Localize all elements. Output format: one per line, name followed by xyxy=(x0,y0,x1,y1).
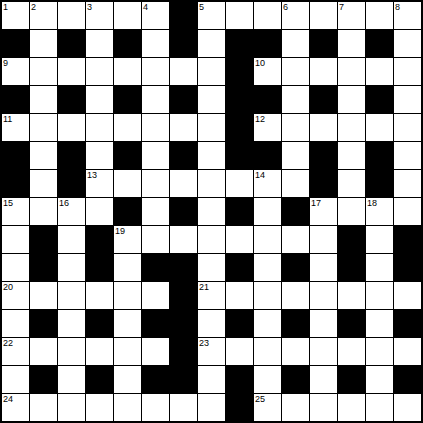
cell-r1c11[interactable]: 6 xyxy=(282,2,309,29)
cell-r2c10 xyxy=(254,30,281,57)
cell-r4c13[interactable] xyxy=(338,86,365,113)
cell-r11c4[interactable] xyxy=(86,282,113,309)
cell-r6c8[interactable] xyxy=(198,142,225,169)
cell-r2c11[interactable] xyxy=(282,30,309,57)
cell-r1c6[interactable]: 4 xyxy=(142,2,169,29)
cell-r8c5 xyxy=(114,198,141,225)
cell-r12c8[interactable] xyxy=(198,310,225,337)
cell-r1c3[interactable] xyxy=(58,2,85,29)
cell-r4c15[interactable] xyxy=(394,86,421,113)
cell-r2c12 xyxy=(310,30,337,57)
cell-r5c7[interactable] xyxy=(170,114,197,141)
cell-r12c11 xyxy=(282,310,309,337)
cell-r6c7 xyxy=(170,142,197,169)
cell-r15c4[interactable] xyxy=(86,394,113,421)
cell-r15c14[interactable] xyxy=(366,394,393,421)
cell-r3c5[interactable] xyxy=(114,58,141,85)
cell-r11c9[interactable] xyxy=(226,282,253,309)
cell-r9c2 xyxy=(30,226,57,253)
cell-r9c3[interactable] xyxy=(58,226,85,253)
cell-r7c8[interactable] xyxy=(198,170,225,197)
cell-r9c10[interactable] xyxy=(254,226,281,253)
cell-r11c10[interactable] xyxy=(254,282,281,309)
cell-r4c11[interactable] xyxy=(282,86,309,113)
cell-r3c6[interactable] xyxy=(142,58,169,85)
cell-r15c10[interactable]: 25 xyxy=(254,394,281,421)
cell-r4c12 xyxy=(310,86,337,113)
cell-r11c13[interactable] xyxy=(338,282,365,309)
cell-r10c13 xyxy=(338,254,365,281)
cell-r8c11 xyxy=(282,198,309,225)
cell-r7c1 xyxy=(2,170,29,197)
cell-r12c15 xyxy=(394,310,421,337)
cell-r2c4[interactable] xyxy=(86,30,113,57)
cell-r10c15 xyxy=(394,254,421,281)
cell-r6c15[interactable] xyxy=(394,142,421,169)
cell-r6c2[interactable] xyxy=(30,142,57,169)
clue-number: 12 xyxy=(255,114,265,124)
cell-r6c9 xyxy=(226,142,253,169)
cell-r5c2[interactable] xyxy=(30,114,57,141)
cell-r14c14[interactable] xyxy=(366,366,393,393)
cell-r5c10[interactable]: 12 xyxy=(254,114,281,141)
cell-r1c5[interactable] xyxy=(114,2,141,29)
cell-r10c12[interactable] xyxy=(310,254,337,281)
clue-number: 6 xyxy=(283,2,288,12)
cell-r5c14[interactable] xyxy=(366,114,393,141)
cell-r13c12[interactable] xyxy=(310,338,337,365)
clue-number: 21 xyxy=(199,282,209,292)
clue-number: 1 xyxy=(3,2,8,12)
clue-number: 24 xyxy=(3,394,13,404)
cell-r1c2[interactable]: 2 xyxy=(30,2,57,29)
cell-r12c4 xyxy=(86,310,113,337)
cell-r4c6[interactable] xyxy=(142,86,169,113)
cell-r12c2 xyxy=(30,310,57,337)
cell-r7c13[interactable] xyxy=(338,170,365,197)
cell-r3c4[interactable] xyxy=(86,58,113,85)
clue-number: 14 xyxy=(255,170,265,180)
cell-r15c2[interactable] xyxy=(30,394,57,421)
cell-r11c14[interactable] xyxy=(366,282,393,309)
cell-r3c10[interactable]: 10 xyxy=(254,58,281,85)
cell-r11c11[interactable] xyxy=(282,282,309,309)
cell-r13c9[interactable] xyxy=(226,338,253,365)
cell-r15c7[interactable] xyxy=(170,394,197,421)
cell-r5c13[interactable] xyxy=(338,114,365,141)
cell-r12c3[interactable] xyxy=(58,310,85,337)
cell-r3c15[interactable] xyxy=(394,58,421,85)
cell-r7c5[interactable] xyxy=(114,170,141,197)
clue-number: 15 xyxy=(3,198,13,208)
cell-r14c10[interactable] xyxy=(254,366,281,393)
cell-r1c12[interactable] xyxy=(310,2,337,29)
cell-r14c4 xyxy=(86,366,113,393)
cell-r13c5[interactable] xyxy=(114,338,141,365)
cell-r2c8[interactable] xyxy=(198,30,225,57)
cell-r10c11 xyxy=(282,254,309,281)
cell-r1c7 xyxy=(170,2,197,29)
cell-r14c9 xyxy=(226,366,253,393)
cell-r15c9 xyxy=(226,394,253,421)
cell-r5c9 xyxy=(226,114,253,141)
cell-r9c9[interactable] xyxy=(226,226,253,253)
cell-r8c14[interactable]: 18 xyxy=(366,198,393,225)
cell-r14c3[interactable] xyxy=(58,366,85,393)
cell-r5c11[interactable] xyxy=(282,114,309,141)
cell-r8c10[interactable] xyxy=(254,198,281,225)
cell-r14c6 xyxy=(142,366,169,393)
cell-r6c1 xyxy=(2,142,29,169)
cell-r7c7[interactable] xyxy=(170,170,197,197)
cell-r4c7 xyxy=(170,86,197,113)
cell-r9c13 xyxy=(338,226,365,253)
cell-r12c7 xyxy=(170,310,197,337)
cell-r15c12[interactable] xyxy=(310,394,337,421)
cell-r12c14[interactable] xyxy=(366,310,393,337)
cell-r4c3 xyxy=(58,86,85,113)
cell-r7c9[interactable] xyxy=(226,170,253,197)
cell-r7c12 xyxy=(310,170,337,197)
cell-r4c8[interactable] xyxy=(198,86,225,113)
cell-r9c8[interactable] xyxy=(198,226,225,253)
cell-r10c4 xyxy=(86,254,113,281)
cell-r12c12[interactable] xyxy=(310,310,337,337)
clue-number: 4 xyxy=(143,2,148,12)
cell-r14c12[interactable] xyxy=(310,366,337,393)
cell-r13c8[interactable]: 23 xyxy=(198,338,225,365)
cell-r10c8[interactable] xyxy=(198,254,225,281)
cell-r14c2 xyxy=(30,366,57,393)
cell-r11c1[interactable]: 20 xyxy=(2,282,29,309)
cell-r15c11[interactable] xyxy=(282,394,309,421)
cell-r3c1[interactable]: 9 xyxy=(2,58,29,85)
cell-r2c5 xyxy=(114,30,141,57)
clue-number: 17 xyxy=(311,198,321,208)
cell-r12c5[interactable] xyxy=(114,310,141,337)
cell-r2c9 xyxy=(226,30,253,57)
cell-r8c13[interactable] xyxy=(338,198,365,225)
cell-r6c11[interactable] xyxy=(282,142,309,169)
cell-r8c1[interactable]: 15 xyxy=(2,198,29,225)
cell-r9c6[interactable] xyxy=(142,226,169,253)
cell-r14c11 xyxy=(282,366,309,393)
cell-r14c7 xyxy=(170,366,197,393)
cell-r12c1[interactable] xyxy=(2,310,29,337)
cell-r15c5[interactable] xyxy=(114,394,141,421)
clue-number: 5 xyxy=(199,2,204,12)
cell-r8c12[interactable]: 17 xyxy=(310,198,337,225)
cell-r9c1[interactable] xyxy=(2,226,29,253)
cell-r5c8[interactable] xyxy=(198,114,225,141)
cell-r8c4[interactable] xyxy=(86,198,113,225)
cell-r3c7[interactable] xyxy=(170,58,197,85)
cell-r10c14[interactable] xyxy=(366,254,393,281)
cell-r5c15[interactable] xyxy=(394,114,421,141)
cell-r7c4[interactable]: 13 xyxy=(86,170,113,197)
cell-r11c3[interactable] xyxy=(58,282,85,309)
cell-r3c8[interactable] xyxy=(198,58,225,85)
cell-r13c15[interactable] xyxy=(394,338,421,365)
cell-r13c11[interactable] xyxy=(282,338,309,365)
cell-r1c13[interactable]: 7 xyxy=(338,2,365,29)
cell-r9c12[interactable] xyxy=(310,226,337,253)
cell-r13c13[interactable] xyxy=(338,338,365,365)
cell-r14c13 xyxy=(338,366,365,393)
cell-r5c3[interactable] xyxy=(58,114,85,141)
cell-r15c1[interactable]: 24 xyxy=(2,394,29,421)
cell-r15c6[interactable] xyxy=(142,394,169,421)
cell-r12c9 xyxy=(226,310,253,337)
cell-r13c6[interactable] xyxy=(142,338,169,365)
cell-r4c2[interactable] xyxy=(30,86,57,113)
cell-r2c15[interactable] xyxy=(394,30,421,57)
cell-r7c14 xyxy=(366,170,393,197)
cell-r1c14[interactable] xyxy=(366,2,393,29)
cell-r4c4[interactable] xyxy=(86,86,113,113)
cell-r3c14[interactable] xyxy=(366,58,393,85)
cell-r10c10[interactable] xyxy=(254,254,281,281)
clue-number: 20 xyxy=(3,282,13,292)
cell-r12c13 xyxy=(338,310,365,337)
clue-number: 10 xyxy=(255,58,265,68)
cell-r9c5[interactable]: 19 xyxy=(114,226,141,253)
cell-r7c2[interactable] xyxy=(30,170,57,197)
cell-r8c15[interactable] xyxy=(394,198,421,225)
cell-r8c6[interactable] xyxy=(142,198,169,225)
cell-r7c6[interactable] xyxy=(142,170,169,197)
cell-r6c4[interactable] xyxy=(86,142,113,169)
clue-number: 3 xyxy=(87,2,92,12)
cell-r3c2[interactable] xyxy=(30,58,57,85)
cell-r9c14[interactable] xyxy=(366,226,393,253)
cell-r4c10 xyxy=(254,86,281,113)
cell-r10c2 xyxy=(30,254,57,281)
cell-r13c3[interactable] xyxy=(58,338,85,365)
cell-r15c13[interactable] xyxy=(338,394,365,421)
cell-r12c6 xyxy=(142,310,169,337)
cell-r3c12[interactable] xyxy=(310,58,337,85)
clue-number: 13 xyxy=(87,170,97,180)
cell-r9c4 xyxy=(86,226,113,253)
crossword-grid: 1234567891011121314151617181920212223242… xyxy=(0,0,423,423)
cell-r15c8[interactable] xyxy=(198,394,225,421)
cell-r1c4[interactable]: 3 xyxy=(86,2,113,29)
cell-r8c2[interactable] xyxy=(30,198,57,225)
cell-r11c12[interactable] xyxy=(310,282,337,309)
clue-number: 11 xyxy=(3,114,12,124)
cell-r8c8[interactable] xyxy=(198,198,225,225)
cell-r9c11[interactable] xyxy=(282,226,309,253)
cell-r3c3[interactable] xyxy=(58,58,85,85)
cell-r1c1[interactable]: 1 xyxy=(2,2,29,29)
cell-r2c13[interactable] xyxy=(338,30,365,57)
cell-r8c9 xyxy=(226,198,253,225)
cell-r2c6[interactable] xyxy=(142,30,169,57)
cell-r11c6[interactable] xyxy=(142,282,169,309)
cell-r11c15[interactable] xyxy=(394,282,421,309)
clue-number: 18 xyxy=(367,198,377,208)
cell-r6c12 xyxy=(310,142,337,169)
cell-r6c5 xyxy=(114,142,141,169)
cell-r7c11[interactable] xyxy=(282,170,309,197)
cell-r1c15[interactable]: 8 xyxy=(394,2,421,29)
cell-r11c5[interactable] xyxy=(114,282,141,309)
cell-r6c3 xyxy=(58,142,85,169)
cell-r5c5[interactable] xyxy=(114,114,141,141)
clue-number: 2 xyxy=(31,2,36,12)
clue-number: 23 xyxy=(199,338,209,348)
cell-r14c8[interactable] xyxy=(198,366,225,393)
cell-r2c3 xyxy=(58,30,85,57)
clue-number: 22 xyxy=(3,338,13,348)
clue-number: 16 xyxy=(59,198,69,208)
cell-r14c1[interactable] xyxy=(2,366,29,393)
clue-number: 8 xyxy=(395,2,400,12)
cell-r14c5[interactable] xyxy=(114,366,141,393)
cell-r13c1[interactable]: 22 xyxy=(2,338,29,365)
cell-r6c13[interactable] xyxy=(338,142,365,169)
cell-r10c5[interactable] xyxy=(114,254,141,281)
clue-number: 19 xyxy=(115,226,125,236)
cell-r4c9 xyxy=(226,86,253,113)
cell-r11c7 xyxy=(170,282,197,309)
cell-r5c12[interactable] xyxy=(310,114,337,141)
cell-r2c2[interactable] xyxy=(30,30,57,57)
cell-r2c14 xyxy=(366,30,393,57)
cell-r2c7 xyxy=(170,30,197,57)
cell-r7c3 xyxy=(58,170,85,197)
clue-number: 9 xyxy=(3,58,8,68)
cell-r6c6[interactable] xyxy=(142,142,169,169)
cell-r13c4[interactable] xyxy=(86,338,113,365)
clue-number: 25 xyxy=(255,394,265,404)
cell-r8c7 xyxy=(170,198,197,225)
cell-r3c11[interactable] xyxy=(282,58,309,85)
cell-r13c7 xyxy=(170,338,197,365)
cell-r11c2[interactable] xyxy=(30,282,57,309)
cell-r10c1[interactable] xyxy=(2,254,29,281)
cell-r13c2[interactable] xyxy=(30,338,57,365)
crossword-page: 1234567891011121314151617181920212223242… xyxy=(0,0,423,423)
cell-r12c10[interactable] xyxy=(254,310,281,337)
cell-r3c13[interactable] xyxy=(338,58,365,85)
cell-r9c7[interactable] xyxy=(170,226,197,253)
cell-r1c10[interactable] xyxy=(254,2,281,29)
cell-r5c1[interactable]: 11 xyxy=(2,114,29,141)
cell-r4c5 xyxy=(114,86,141,113)
cell-r1c8[interactable]: 5 xyxy=(198,2,225,29)
cell-r14c15 xyxy=(394,366,421,393)
cell-r10c3[interactable] xyxy=(58,254,85,281)
cell-r3c9 xyxy=(226,58,253,85)
cell-r13c10[interactable] xyxy=(254,338,281,365)
cell-r6c10 xyxy=(254,142,281,169)
cell-r6c14 xyxy=(366,142,393,169)
cell-r8c3[interactable]: 16 xyxy=(58,198,85,225)
cell-r15c3[interactable] xyxy=(58,394,85,421)
clue-number: 7 xyxy=(339,2,344,12)
cell-r13c14[interactable] xyxy=(366,338,393,365)
cell-r10c6 xyxy=(142,254,169,281)
cell-r15c15[interactable] xyxy=(394,394,421,421)
cell-r5c4[interactable] xyxy=(86,114,113,141)
cell-r4c1 xyxy=(2,86,29,113)
cell-r2c1 xyxy=(2,30,29,57)
cell-r9c15 xyxy=(394,226,421,253)
cell-r11c8[interactable]: 21 xyxy=(198,282,225,309)
cell-r10c7 xyxy=(170,254,197,281)
cell-r4c14 xyxy=(366,86,393,113)
cell-r5c6[interactable] xyxy=(142,114,169,141)
cell-r7c15[interactable] xyxy=(394,170,421,197)
cell-r10c9 xyxy=(226,254,253,281)
cell-r7c10[interactable]: 14 xyxy=(254,170,281,197)
cell-r1c9[interactable] xyxy=(226,2,253,29)
